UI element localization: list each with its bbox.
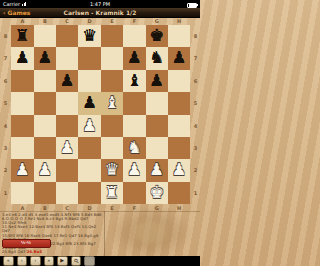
file-label-f-bottom: F — [123, 205, 145, 211]
rank-label-8-right: 8 — [192, 25, 200, 47]
square-d2[interactable] — [78, 159, 100, 181]
square-c6[interactable]: ♟ — [56, 70, 78, 92]
square-f5[interactable] — [123, 92, 145, 114]
white-bishop-e5: ♝ — [101, 92, 123, 114]
white-pawn-d4: ♟ — [78, 115, 100, 137]
square-a7[interactable]: ♟ — [11, 47, 33, 69]
square-f1[interactable] — [123, 182, 145, 204]
square-b7[interactable]: ♟ — [34, 47, 56, 69]
square-e7[interactable] — [101, 47, 123, 69]
rank-label-1-left: 1 — [2, 182, 10, 204]
magnifier-icon: ⚲ — [72, 257, 80, 265]
square-f8[interactable] — [123, 25, 145, 47]
square-c5[interactable] — [56, 92, 78, 114]
square-g4[interactable] — [146, 115, 168, 137]
nav-bar: ‹ Games Carlsen - Kramnik 1/2 — [0, 8, 200, 18]
square-g8[interactable]: ♚ — [146, 25, 168, 47]
square-e1[interactable]: ♜ — [101, 182, 123, 204]
white-king-g1: ♚ — [146, 182, 168, 204]
clock-label: 1:47 PM — [0, 0, 200, 8]
file-label-a-top: A — [11, 18, 33, 24]
black-pawn-a7: ♟ — [11, 47, 33, 69]
black-bishop-f6: ♝ — [123, 70, 145, 92]
square-a2[interactable]: ♟ — [11, 159, 33, 181]
square-g2[interactable]: ♟ — [146, 159, 168, 181]
white-pawn-h2: ♟ — [168, 159, 190, 181]
square-b4[interactable] — [34, 115, 56, 137]
moves-column-divider — [104, 211, 105, 256]
square-h3[interactable] — [168, 137, 190, 159]
rank-label-6-right: 6 — [192, 70, 200, 92]
file-label-e-top: E — [101, 18, 123, 24]
square-d6[interactable] — [78, 70, 100, 92]
square-b2[interactable]: ♟ — [34, 159, 56, 181]
white-knight-f3: ♞ — [123, 137, 145, 159]
square-a1[interactable] — [11, 182, 33, 204]
next-move-button[interactable]: › — [30, 256, 41, 266]
square-g3[interactable] — [146, 137, 168, 159]
play-button[interactable]: ▶ — [57, 256, 68, 266]
rank-label-1-right: 1 — [192, 182, 200, 204]
white-queen-e2: ♛ — [101, 159, 123, 181]
disabled-button — [84, 256, 95, 266]
square-e3[interactable] — [101, 137, 123, 159]
file-label-a-bottom: A — [11, 205, 33, 211]
square-b6[interactable] — [34, 70, 56, 92]
black-queen-d8: ♛ — [78, 25, 100, 47]
page-title: Carlsen - Kramnik 1/2 — [0, 8, 200, 17]
square-h8[interactable] — [168, 25, 190, 47]
move-list[interactable]: 1.e4 e6 2.d4 d5 3.exd5 exd5 4.Nf3 Nf6 5.… — [2, 213, 103, 255]
file-label-b-top: B — [34, 18, 56, 24]
current-move[interactable]: 26.Be5 — [27, 249, 42, 254]
file-label-g-top: G — [146, 18, 168, 24]
square-h4[interactable] — [168, 115, 190, 137]
square-c3[interactable]: ♟ — [56, 137, 78, 159]
rank-label-2-left: 2 — [2, 159, 10, 181]
first-move-button[interactable]: « — [3, 256, 14, 266]
black-pawn-f7: ♟ — [123, 47, 145, 69]
square-d4[interactable]: ♟ — [78, 115, 100, 137]
square-f4[interactable] — [123, 115, 145, 137]
square-a8[interactable]: ♜ — [11, 25, 33, 47]
move-line-6[interactable]: 25.Bg3 Qd7 26.Be5 — [2, 250, 103, 254]
square-h2[interactable]: ♟ — [168, 159, 190, 181]
square-e2[interactable]: ♛ — [101, 159, 123, 181]
square-e8[interactable] — [101, 25, 123, 47]
square-a4[interactable] — [11, 115, 33, 137]
file-label-c-top: C — [56, 18, 78, 24]
square-a5[interactable] — [11, 92, 33, 114]
rank-label-7-left: 7 — [2, 47, 10, 69]
square-e6[interactable] — [101, 70, 123, 92]
status-bar: Carrier 1:47 PM — [0, 0, 200, 8]
file-label-b-bottom: B — [34, 205, 56, 211]
square-b3[interactable] — [34, 137, 56, 159]
square-g7[interactable]: ♞ — [146, 47, 168, 69]
rank-label-3-left: 3 — [2, 137, 10, 159]
black-pawn-b7: ♟ — [34, 47, 56, 69]
square-b1[interactable] — [34, 182, 56, 204]
file-label-h-bottom: H — [168, 205, 190, 211]
square-d1[interactable] — [78, 182, 100, 204]
square-c7[interactable] — [56, 47, 78, 69]
square-c2[interactable] — [56, 159, 78, 181]
square-d7[interactable] — [78, 47, 100, 69]
square-g1[interactable]: ♚ — [146, 182, 168, 204]
black-pawn-h7: ♟ — [168, 47, 190, 69]
rank-label-7-right: 7 — [192, 47, 200, 69]
square-g6[interactable]: ♟ — [146, 70, 168, 92]
rank-label-8-left: 8 — [2, 25, 10, 47]
file-label-g-bottom: G — [146, 205, 168, 211]
square-d3[interactable] — [78, 137, 100, 159]
square-f2[interactable]: ♟ — [123, 159, 145, 181]
square-g5[interactable] — [146, 92, 168, 114]
white-pawn-b2: ♟ — [34, 159, 56, 181]
file-label-e-bottom: E — [101, 205, 123, 211]
black-pawn-c6: ♟ — [56, 70, 78, 92]
prev-move-button[interactable]: ‹ — [17, 256, 28, 266]
rank-label-6-left: 6 — [2, 70, 10, 92]
analyze-button[interactable]: ⚲ — [71, 256, 82, 266]
rank-label-4-right: 4 — [192, 115, 200, 137]
file-label-d-top: D — [78, 18, 100, 24]
square-h7[interactable]: ♟ — [168, 47, 190, 69]
result-badge: ½-½ — [2, 239, 51, 248]
white-rook-e1: ♜ — [101, 182, 123, 204]
file-label-h-top: H — [168, 18, 190, 24]
bottom-toolbar: «‹›»▶⚲ — [0, 256, 200, 266]
black-pawn-g6: ♟ — [146, 70, 168, 92]
file-label-f-top: F — [123, 18, 145, 24]
file-label-c-bottom: C — [56, 205, 78, 211]
last-move-button[interactable]: » — [44, 256, 55, 266]
square-h5[interactable] — [168, 92, 190, 114]
square-b5[interactable] — [34, 92, 56, 114]
square-h1[interactable] — [168, 182, 190, 204]
square-c4[interactable] — [56, 115, 78, 137]
square-b8[interactable] — [34, 25, 56, 47]
rank-label-3-right: 3 — [192, 137, 200, 159]
square-f7[interactable]: ♟ — [123, 47, 145, 69]
white-pawn-a2: ♟ — [11, 159, 33, 181]
square-d5[interactable]: ♟ — [78, 92, 100, 114]
square-h6[interactable] — [168, 70, 190, 92]
square-a6[interactable] — [11, 70, 33, 92]
square-e4[interactable] — [101, 115, 123, 137]
black-pawn-d5: ♟ — [78, 92, 100, 114]
square-f3[interactable]: ♞ — [123, 137, 145, 159]
rank-label-2-right: 2 — [192, 159, 200, 181]
white-pawn-f2: ♟ — [123, 159, 145, 181]
square-f6[interactable]: ♝ — [123, 70, 145, 92]
chess-board[interactable]: ♜♛♚♟♟♟♞♟♟♝♟♟♝♟♟♞♟♟♛♟♟♟♜♚ — [11, 25, 190, 204]
square-e5[interactable]: ♝ — [101, 92, 123, 114]
rank-label-5-right: 5 — [192, 92, 200, 114]
black-rook-a8: ♜ — [11, 25, 33, 47]
rank-label-4-left: 4 — [2, 115, 10, 137]
square-c8[interactable] — [56, 25, 78, 47]
black-knight-g7: ♞ — [146, 47, 168, 69]
white-pawn-c3: ♟ — [56, 137, 78, 159]
rank-label-5-left: 5 — [2, 92, 10, 114]
white-pawn-g2: ♟ — [146, 159, 168, 181]
square-a3[interactable] — [11, 137, 33, 159]
square-d8[interactable]: ♛ — [78, 25, 100, 47]
square-c1[interactable] — [56, 182, 78, 204]
black-king-g8: ♚ — [146, 25, 168, 47]
file-label-d-bottom: D — [78, 205, 100, 211]
